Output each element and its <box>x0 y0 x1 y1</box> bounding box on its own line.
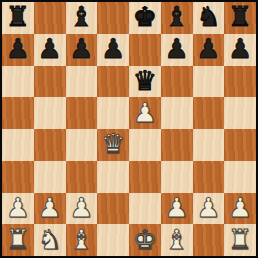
piece-white-pawn[interactable]: ♟ <box>38 194 62 221</box>
square-a7[interactable]: ♟ <box>2 34 34 66</box>
square-e2[interactable] <box>129 193 161 225</box>
square-c8[interactable]: ♝ <box>66 2 98 34</box>
square-h7[interactable]: ♟ <box>224 34 256 66</box>
piece-black-bishop[interactable]: ♝ <box>165 3 189 30</box>
square-g6[interactable] <box>193 66 225 98</box>
piece-black-pawn[interactable]: ♟ <box>165 35 189 62</box>
square-b6[interactable] <box>34 66 66 98</box>
square-f8[interactable]: ♝ <box>161 2 193 34</box>
square-b5[interactable] <box>34 97 66 129</box>
piece-black-rook[interactable]: ♜ <box>228 3 252 30</box>
square-h1[interactable]: ♜ <box>224 224 256 256</box>
square-b2[interactable]: ♟ <box>34 193 66 225</box>
square-b3[interactable] <box>34 161 66 193</box>
piece-white-pawn[interactable]: ♟ <box>228 194 252 221</box>
square-c1[interactable]: ♝ <box>66 224 98 256</box>
square-h8[interactable]: ♜ <box>224 2 256 34</box>
square-c2[interactable]: ♟ <box>66 193 98 225</box>
square-f4[interactable] <box>161 129 193 161</box>
square-e1[interactable]: ♚ <box>129 224 161 256</box>
square-e4[interactable] <box>129 129 161 161</box>
chess-board: ♜♝♚♝♞♜♟♟♟♟♟♟♟♛♟♛♟♟♟♟♟♟♜♞♝♚♝♜ <box>2 2 256 256</box>
square-c6[interactable] <box>66 66 98 98</box>
piece-white-pawn[interactable]: ♟ <box>165 194 189 221</box>
square-c3[interactable] <box>66 161 98 193</box>
square-f2[interactable]: ♟ <box>161 193 193 225</box>
square-e8[interactable]: ♚ <box>129 2 161 34</box>
piece-white-bishop[interactable]: ♝ <box>165 226 189 253</box>
square-b4[interactable] <box>34 129 66 161</box>
square-g8[interactable]: ♞ <box>193 2 225 34</box>
piece-black-bishop[interactable]: ♝ <box>69 3 93 30</box>
chess-board-frame: ♜♝♚♝♞♜♟♟♟♟♟♟♟♛♟♛♟♟♟♟♟♟♜♞♝♚♝♜ <box>0 0 258 258</box>
square-d1[interactable] <box>97 224 129 256</box>
square-g2[interactable]: ♟ <box>193 193 225 225</box>
square-f1[interactable]: ♝ <box>161 224 193 256</box>
square-d4[interactable]: ♛ <box>97 129 129 161</box>
piece-black-king[interactable]: ♚ <box>133 3 157 30</box>
square-a6[interactable] <box>2 66 34 98</box>
square-f3[interactable] <box>161 161 193 193</box>
square-c7[interactable]: ♟ <box>66 34 98 66</box>
square-e3[interactable] <box>129 161 161 193</box>
square-g1[interactable] <box>193 224 225 256</box>
piece-white-pawn[interactable]: ♟ <box>133 99 157 126</box>
piece-white-king[interactable]: ♚ <box>133 226 157 253</box>
piece-white-pawn[interactable]: ♟ <box>6 194 30 221</box>
square-d7[interactable]: ♟ <box>97 34 129 66</box>
square-d2[interactable] <box>97 193 129 225</box>
piece-white-pawn[interactable]: ♟ <box>69 194 93 221</box>
piece-white-rook[interactable]: ♜ <box>228 226 252 253</box>
square-h5[interactable] <box>224 97 256 129</box>
piece-black-pawn[interactable]: ♟ <box>196 35 220 62</box>
square-g7[interactable]: ♟ <box>193 34 225 66</box>
square-h3[interactable] <box>224 161 256 193</box>
piece-black-queen[interactable]: ♛ <box>133 67 157 94</box>
piece-white-bishop[interactable]: ♝ <box>69 226 93 253</box>
square-b8[interactable] <box>34 2 66 34</box>
square-b1[interactable]: ♞ <box>34 224 66 256</box>
square-a3[interactable] <box>2 161 34 193</box>
square-g3[interactable] <box>193 161 225 193</box>
square-g5[interactable] <box>193 97 225 129</box>
piece-white-queen[interactable]: ♛ <box>101 130 125 157</box>
square-d3[interactable] <box>97 161 129 193</box>
square-h6[interactable] <box>224 66 256 98</box>
piece-black-pawn[interactable]: ♟ <box>69 35 93 62</box>
square-f6[interactable] <box>161 66 193 98</box>
square-d8[interactable] <box>97 2 129 34</box>
square-f7[interactable]: ♟ <box>161 34 193 66</box>
square-a5[interactable] <box>2 97 34 129</box>
square-a1[interactable]: ♜ <box>2 224 34 256</box>
square-c4[interactable] <box>66 129 98 161</box>
square-g4[interactable] <box>193 129 225 161</box>
piece-black-pawn[interactable]: ♟ <box>6 35 30 62</box>
square-h2[interactable]: ♟ <box>224 193 256 225</box>
square-h4[interactable] <box>224 129 256 161</box>
piece-black-pawn[interactable]: ♟ <box>101 35 125 62</box>
square-e5[interactable]: ♟ <box>129 97 161 129</box>
square-e6[interactable]: ♛ <box>129 66 161 98</box>
square-d5[interactable] <box>97 97 129 129</box>
piece-white-knight[interactable]: ♞ <box>38 226 62 253</box>
square-d6[interactable] <box>97 66 129 98</box>
piece-white-rook[interactable]: ♜ <box>6 226 30 253</box>
piece-white-pawn[interactable]: ♟ <box>196 194 220 221</box>
piece-black-knight[interactable]: ♞ <box>196 3 220 30</box>
square-a2[interactable]: ♟ <box>2 193 34 225</box>
square-b7[interactable]: ♟ <box>34 34 66 66</box>
piece-black-rook[interactable]: ♜ <box>6 3 30 30</box>
piece-black-pawn[interactable]: ♟ <box>228 35 252 62</box>
piece-black-pawn[interactable]: ♟ <box>38 35 62 62</box>
square-a4[interactable] <box>2 129 34 161</box>
square-f5[interactable] <box>161 97 193 129</box>
square-c5[interactable] <box>66 97 98 129</box>
square-a8[interactable]: ♜ <box>2 2 34 34</box>
square-e7[interactable] <box>129 34 161 66</box>
